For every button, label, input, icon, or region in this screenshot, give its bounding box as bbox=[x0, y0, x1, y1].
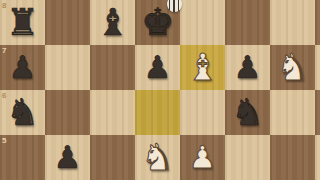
square-f8[interactable] bbox=[225, 0, 270, 45]
rank-label-7: 7 bbox=[2, 46, 6, 55]
square-b7[interactable] bbox=[45, 45, 90, 90]
piece-black-knight[interactable]: ♞ bbox=[231, 94, 264, 131]
chess-board: 8♜♝♚7♟♟♝♟♞6♞♞5♟♞♟ bbox=[0, 0, 320, 180]
square-a8[interactable]: 8♜ bbox=[0, 0, 45, 45]
square-g8[interactable] bbox=[270, 0, 315, 45]
square-a7[interactable]: 7♟ bbox=[0, 45, 45, 90]
square-b8[interactable] bbox=[45, 0, 90, 45]
square-e8[interactable] bbox=[180, 0, 225, 45]
square-f6[interactable]: ♞ bbox=[225, 90, 270, 135]
square-h6[interactable] bbox=[315, 90, 320, 135]
square-g7[interactable]: ♞ bbox=[270, 45, 315, 90]
piece-white-knight[interactable]: ♞ bbox=[276, 49, 309, 86]
rank-label-5: 5 bbox=[2, 136, 6, 145]
square-h5[interactable] bbox=[315, 135, 320, 180]
piece-white-pawn[interactable]: ♟ bbox=[189, 142, 217, 173]
piece-white-knight[interactable]: ♞ bbox=[141, 139, 174, 176]
square-d6[interactable] bbox=[135, 90, 180, 135]
square-f5[interactable] bbox=[225, 135, 270, 180]
piece-black-pawn[interactable]: ♟ bbox=[9, 52, 37, 83]
square-f7[interactable]: ♟ bbox=[225, 45, 270, 90]
square-c6[interactable] bbox=[90, 90, 135, 135]
square-c8[interactable]: ♝ bbox=[90, 0, 135, 45]
piece-white-bishop[interactable]: ♝ bbox=[186, 49, 219, 86]
piece-black-pawn[interactable]: ♟ bbox=[144, 52, 172, 83]
square-c5[interactable] bbox=[90, 135, 135, 180]
square-e6[interactable] bbox=[180, 90, 225, 135]
square-b6[interactable] bbox=[45, 90, 90, 135]
board-viewport: 8♜♝♚7♟♟♝♟♞6♞♞5♟♞♟ bbox=[0, 0, 320, 180]
square-h8[interactable] bbox=[315, 0, 320, 45]
piece-black-rook[interactable]: ♜ bbox=[6, 4, 39, 41]
piece-black-pawn[interactable]: ♟ bbox=[54, 142, 82, 173]
square-h7[interactable] bbox=[315, 45, 320, 90]
piece-black-pawn[interactable]: ♟ bbox=[234, 52, 262, 83]
square-d7[interactable]: ♟ bbox=[135, 45, 180, 90]
square-c7[interactable] bbox=[90, 45, 135, 90]
square-e7[interactable]: ♝ bbox=[180, 45, 225, 90]
square-b5[interactable]: ♟ bbox=[45, 135, 90, 180]
piece-black-knight[interactable]: ♞ bbox=[6, 94, 39, 131]
square-g5[interactable] bbox=[270, 135, 315, 180]
piece-black-bishop[interactable]: ♝ bbox=[96, 4, 129, 41]
square-a6[interactable]: 6♞ bbox=[0, 90, 45, 135]
square-d5[interactable]: ♞ bbox=[135, 135, 180, 180]
square-a5[interactable]: 5 bbox=[0, 135, 45, 180]
square-e5[interactable]: ♟ bbox=[180, 135, 225, 180]
square-g6[interactable] bbox=[270, 90, 315, 135]
